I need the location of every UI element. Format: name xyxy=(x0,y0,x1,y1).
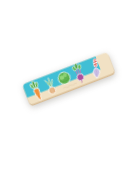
beet-leaf-right xyxy=(78,64,82,69)
puzzle-board xyxy=(22,51,117,107)
product-photo xyxy=(0,0,132,175)
